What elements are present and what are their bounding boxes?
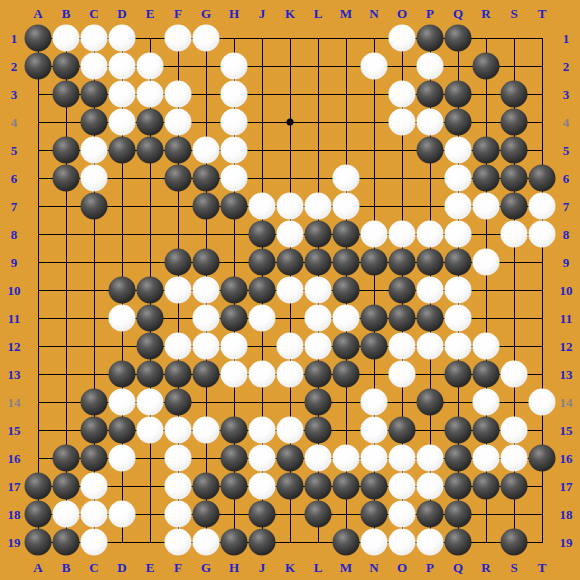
stone-white-M11[interactable] xyxy=(333,305,360,332)
stone-black-S3[interactable] xyxy=(501,81,528,108)
stone-black-P3[interactable] xyxy=(417,81,444,108)
stone-black-M8[interactable] xyxy=(333,221,360,248)
row-label-right-7: 7 xyxy=(563,200,570,213)
stone-black-L18[interactable] xyxy=(305,501,332,528)
col-label-top-S: S xyxy=(510,7,517,20)
col-label-bottom-O: O xyxy=(397,561,407,574)
stone-black-Q1[interactable] xyxy=(445,25,472,52)
col-label-bottom-F: F xyxy=(174,561,182,574)
stone-white-L12[interactable] xyxy=(305,333,332,360)
col-label-top-K: K xyxy=(285,7,295,20)
row-label-left-1: 1 xyxy=(11,32,18,45)
col-label-bottom-D: D xyxy=(117,561,126,574)
stone-black-N9[interactable] xyxy=(361,249,388,276)
stone-white-N19[interactable] xyxy=(361,529,388,556)
stone-black-L9[interactable] xyxy=(305,249,332,276)
stone-white-D16[interactable] xyxy=(109,445,136,472)
row-label-right-14: 14 xyxy=(560,396,573,409)
stone-black-C15[interactable] xyxy=(81,417,108,444)
stone-white-N16[interactable] xyxy=(361,445,388,472)
stone-white-C1[interactable] xyxy=(81,25,108,52)
stone-black-B3[interactable] xyxy=(53,81,80,108)
col-label-bottom-T: T xyxy=(538,561,547,574)
stone-white-Q7[interactable] xyxy=(445,193,472,220)
row-label-right-13: 13 xyxy=(560,368,573,381)
stone-black-S4[interactable] xyxy=(501,109,528,136)
stone-black-P1[interactable] xyxy=(417,25,444,52)
stone-white-H5[interactable] xyxy=(221,137,248,164)
stone-white-P4[interactable] xyxy=(417,109,444,136)
stone-white-E15[interactable] xyxy=(137,417,164,444)
stone-black-F5[interactable] xyxy=(165,137,192,164)
stone-black-H11[interactable] xyxy=(221,305,248,332)
stone-black-Q15[interactable] xyxy=(445,417,472,444)
stone-black-J10[interactable] xyxy=(249,277,276,304)
row-label-right-19: 19 xyxy=(560,536,573,549)
stone-white-R12[interactable] xyxy=(473,333,500,360)
stone-black-C7[interactable] xyxy=(81,193,108,220)
stone-black-M12[interactable] xyxy=(333,333,360,360)
stone-white-S15[interactable] xyxy=(501,417,528,444)
stone-black-Q4[interactable] xyxy=(445,109,472,136)
stone-black-G17[interactable] xyxy=(193,473,220,500)
stone-white-O18[interactable] xyxy=(389,501,416,528)
stone-black-M13[interactable] xyxy=(333,361,360,388)
stone-white-C2[interactable] xyxy=(81,53,108,80)
goban-board[interactable]: AABBCCDDEEFFGGHHJJKKLLMMNNOOPPQQRRSSTT11… xyxy=(0,0,580,580)
stone-black-H17[interactable] xyxy=(221,473,248,500)
row-label-right-2: 2 xyxy=(563,60,570,73)
stone-white-J13[interactable] xyxy=(249,361,276,388)
stone-white-F19[interactable] xyxy=(165,529,192,556)
stone-white-C5[interactable] xyxy=(81,137,108,164)
stone-white-S13[interactable] xyxy=(501,361,528,388)
col-label-top-E: E xyxy=(146,7,155,20)
row-label-right-17: 17 xyxy=(560,480,573,493)
stone-black-H10[interactable] xyxy=(221,277,248,304)
stone-black-D10[interactable] xyxy=(109,277,136,304)
stone-white-G10[interactable] xyxy=(193,277,220,304)
stone-white-D3[interactable] xyxy=(109,81,136,108)
stone-white-L10[interactable] xyxy=(305,277,332,304)
stone-black-O9[interactable] xyxy=(389,249,416,276)
stone-black-E11[interactable] xyxy=(137,305,164,332)
stone-black-O11[interactable] xyxy=(389,305,416,332)
stone-white-F1[interactable] xyxy=(165,25,192,52)
col-label-top-R: R xyxy=(481,7,490,20)
stone-white-O13[interactable] xyxy=(389,361,416,388)
col-label-top-L: L xyxy=(314,7,323,20)
stone-black-R17[interactable] xyxy=(473,473,500,500)
stone-white-D11[interactable] xyxy=(109,305,136,332)
row-label-left-19: 19 xyxy=(8,536,21,549)
col-label-bottom-R: R xyxy=(481,561,490,574)
row-label-right-6: 6 xyxy=(563,172,570,185)
stone-white-R9[interactable] xyxy=(473,249,500,276)
stone-black-B5[interactable] xyxy=(53,137,80,164)
stone-black-Q13[interactable] xyxy=(445,361,472,388)
stone-black-F9[interactable] xyxy=(165,249,192,276)
stone-black-A2[interactable] xyxy=(25,53,52,80)
stone-white-E3[interactable] xyxy=(137,81,164,108)
row-label-right-11: 11 xyxy=(560,312,572,325)
stone-white-D2[interactable] xyxy=(109,53,136,80)
row-label-left-5: 5 xyxy=(11,144,18,157)
stone-black-K16[interactable] xyxy=(277,445,304,472)
stone-black-E4[interactable] xyxy=(137,109,164,136)
row-label-left-12: 12 xyxy=(8,340,21,353)
stone-black-H7[interactable] xyxy=(221,193,248,220)
stone-black-S6[interactable] xyxy=(501,165,528,192)
row-label-left-11: 11 xyxy=(8,312,20,325)
stone-black-Q3[interactable] xyxy=(445,81,472,108)
stone-white-F12[interactable] xyxy=(165,333,192,360)
stone-white-F3[interactable] xyxy=(165,81,192,108)
stone-white-F18[interactable] xyxy=(165,501,192,528)
row-label-left-8: 8 xyxy=(11,228,18,241)
stone-white-N15[interactable] xyxy=(361,417,388,444)
stone-white-L11[interactable] xyxy=(305,305,332,332)
stone-black-N17[interactable] xyxy=(361,473,388,500)
stone-black-N12[interactable] xyxy=(361,333,388,360)
row-label-right-1: 1 xyxy=(563,32,570,45)
col-label-bottom-N: N xyxy=(369,561,378,574)
col-label-top-Q: Q xyxy=(453,7,463,20)
stone-black-P5[interactable] xyxy=(417,137,444,164)
stone-white-R14[interactable] xyxy=(473,389,500,416)
stone-white-J17[interactable] xyxy=(249,473,276,500)
stone-white-P12[interactable] xyxy=(417,333,444,360)
stone-white-P10[interactable] xyxy=(417,277,444,304)
stone-black-P18[interactable] xyxy=(417,501,444,528)
col-label-top-D: D xyxy=(117,7,126,20)
stone-black-O10[interactable] xyxy=(389,277,416,304)
stone-black-H19[interactable] xyxy=(221,529,248,556)
col-label-bottom-C: C xyxy=(89,561,98,574)
stone-white-T7[interactable] xyxy=(529,193,556,220)
col-label-bottom-L: L xyxy=(314,561,323,574)
stone-black-K17[interactable] xyxy=(277,473,304,500)
row-label-left-13: 13 xyxy=(8,368,21,381)
stone-white-G5[interactable] xyxy=(193,137,220,164)
stone-white-D14[interactable] xyxy=(109,389,136,416)
stone-black-J8[interactable] xyxy=(249,221,276,248)
row-label-right-10: 10 xyxy=(560,284,573,297)
row-label-right-15: 15 xyxy=(560,424,573,437)
stone-white-T14[interactable] xyxy=(529,389,556,416)
stone-black-T6[interactable] xyxy=(529,165,556,192)
stone-black-B17[interactable] xyxy=(53,473,80,500)
stone-black-N18[interactable] xyxy=(361,501,388,528)
stone-black-F6[interactable] xyxy=(165,165,192,192)
row-label-right-3: 3 xyxy=(563,88,570,101)
stone-white-S16[interactable] xyxy=(501,445,528,472)
stone-black-N11[interactable] xyxy=(361,305,388,332)
stone-black-S7[interactable] xyxy=(501,193,528,220)
stone-black-O15[interactable] xyxy=(389,417,416,444)
stone-white-K8[interactable] xyxy=(277,221,304,248)
stone-white-G12[interactable] xyxy=(193,333,220,360)
stone-white-Q5[interactable] xyxy=(445,137,472,164)
stone-white-C17[interactable] xyxy=(81,473,108,500)
row-label-left-10: 10 xyxy=(8,284,21,297)
stone-white-E14[interactable] xyxy=(137,389,164,416)
stone-black-G7[interactable] xyxy=(193,193,220,220)
stone-black-E10[interactable] xyxy=(137,277,164,304)
stone-white-B1[interactable] xyxy=(53,25,80,52)
col-label-top-G: G xyxy=(201,7,211,20)
stone-black-F14[interactable] xyxy=(165,389,192,416)
stone-white-D4[interactable] xyxy=(109,109,136,136)
star-point-K4 xyxy=(287,119,294,126)
row-label-left-17: 17 xyxy=(8,480,21,493)
stone-white-B18[interactable] xyxy=(53,501,80,528)
stone-white-G15[interactable] xyxy=(193,417,220,444)
stone-white-G11[interactable] xyxy=(193,305,220,332)
stone-black-J19[interactable] xyxy=(249,529,276,556)
row-label-left-16: 16 xyxy=(8,452,21,465)
stone-black-J9[interactable] xyxy=(249,249,276,276)
row-label-left-9: 9 xyxy=(11,256,18,269)
stone-black-R13[interactable] xyxy=(473,361,500,388)
stone-white-C6[interactable] xyxy=(81,165,108,192)
col-label-bottom-H: H xyxy=(229,561,239,574)
row-label-left-6: 6 xyxy=(11,172,18,185)
stone-black-B2[interactable] xyxy=(53,53,80,80)
stone-black-J18[interactable] xyxy=(249,501,276,528)
col-label-bottom-A: A xyxy=(33,561,42,574)
stone-black-T16[interactable] xyxy=(529,445,556,472)
stone-white-L7[interactable] xyxy=(305,193,332,220)
stone-black-C4[interactable] xyxy=(81,109,108,136)
stone-black-R5[interactable] xyxy=(473,137,500,164)
stone-white-R7[interactable] xyxy=(473,193,500,220)
stone-white-Q8[interactable] xyxy=(445,221,472,248)
stone-black-P11[interactable] xyxy=(417,305,444,332)
stone-white-F10[interactable] xyxy=(165,277,192,304)
stone-white-K12[interactable] xyxy=(277,333,304,360)
stone-black-R6[interactable] xyxy=(473,165,500,192)
row-label-right-8: 8 xyxy=(563,228,570,241)
stone-white-D18[interactable] xyxy=(109,501,136,528)
stone-black-H16[interactable] xyxy=(221,445,248,472)
row-label-right-16: 16 xyxy=(560,452,573,465)
stone-white-C19[interactable] xyxy=(81,529,108,556)
col-label-top-A: A xyxy=(33,7,42,20)
stone-white-Q6[interactable] xyxy=(445,165,472,192)
stone-white-O8[interactable] xyxy=(389,221,416,248)
stone-black-D15[interactable] xyxy=(109,417,136,444)
stone-black-Q18[interactable] xyxy=(445,501,472,528)
stone-black-K9[interactable] xyxy=(277,249,304,276)
stone-white-P17[interactable] xyxy=(417,473,444,500)
stone-white-P16[interactable] xyxy=(417,445,444,472)
row-label-right-4: 4 xyxy=(563,116,570,129)
col-label-bottom-S: S xyxy=(510,561,517,574)
stone-white-J16[interactable] xyxy=(249,445,276,472)
stone-white-G1[interactable] xyxy=(193,25,220,52)
stone-black-A17[interactable] xyxy=(25,473,52,500)
stone-white-F4[interactable] xyxy=(165,109,192,136)
stone-white-K13[interactable] xyxy=(277,361,304,388)
col-label-bottom-P: P xyxy=(426,561,434,574)
col-label-bottom-G: G xyxy=(201,561,211,574)
col-label-top-T: T xyxy=(538,7,547,20)
stone-white-O3[interactable] xyxy=(389,81,416,108)
stone-white-M16[interactable] xyxy=(333,445,360,472)
stone-white-J7[interactable] xyxy=(249,193,276,220)
col-label-top-F: F xyxy=(174,7,182,20)
stone-black-P9[interactable] xyxy=(417,249,444,276)
row-label-left-3: 3 xyxy=(11,88,18,101)
row-label-right-9: 9 xyxy=(563,256,570,269)
stone-black-C14[interactable] xyxy=(81,389,108,416)
row-label-left-2: 2 xyxy=(11,60,18,73)
stone-black-D13[interactable] xyxy=(109,361,136,388)
stone-white-K10[interactable] xyxy=(277,277,304,304)
col-label-bottom-Q: Q xyxy=(453,561,463,574)
stone-white-Q11[interactable] xyxy=(445,305,472,332)
stone-black-G9[interactable] xyxy=(193,249,220,276)
stone-black-S17[interactable] xyxy=(501,473,528,500)
stone-black-L15[interactable] xyxy=(305,417,332,444)
stone-black-M9[interactable] xyxy=(333,249,360,276)
stone-black-M10[interactable] xyxy=(333,277,360,304)
stone-black-R15[interactable] xyxy=(473,417,500,444)
stone-black-A1[interactable] xyxy=(25,25,52,52)
stone-black-S5[interactable] xyxy=(501,137,528,164)
stone-black-P14[interactable] xyxy=(417,389,444,416)
stone-white-F16[interactable] xyxy=(165,445,192,472)
stone-black-L8[interactable] xyxy=(305,221,332,248)
stone-white-N2[interactable] xyxy=(361,53,388,80)
col-label-top-H: H xyxy=(229,7,239,20)
stone-black-A18[interactable] xyxy=(25,501,52,528)
stone-white-L16[interactable] xyxy=(305,445,332,472)
stone-white-F17[interactable] xyxy=(165,473,192,500)
stone-white-K7[interactable] xyxy=(277,193,304,220)
col-label-bottom-K: K xyxy=(285,561,295,574)
col-label-bottom-E: E xyxy=(146,561,155,574)
col-label-top-O: O xyxy=(397,7,407,20)
stone-black-G18[interactable] xyxy=(193,501,220,528)
stone-white-O17[interactable] xyxy=(389,473,416,500)
stone-black-E12[interactable] xyxy=(137,333,164,360)
stone-black-M19[interactable] xyxy=(333,529,360,556)
stone-white-M7[interactable] xyxy=(333,193,360,220)
stone-black-R2[interactable] xyxy=(473,53,500,80)
stone-white-P2[interactable] xyxy=(417,53,444,80)
stone-black-L17[interactable] xyxy=(305,473,332,500)
col-label-bottom-J: J xyxy=(259,561,266,574)
stone-white-H4[interactable] xyxy=(221,109,248,136)
col-label-top-M: M xyxy=(340,7,352,20)
row-label-left-15: 15 xyxy=(8,424,21,437)
stone-black-B6[interactable] xyxy=(53,165,80,192)
stone-white-K15[interactable] xyxy=(277,417,304,444)
stone-black-H15[interactable] xyxy=(221,417,248,444)
row-label-right-12: 12 xyxy=(560,340,573,353)
stone-white-M6[interactable] xyxy=(333,165,360,192)
stone-black-G13[interactable] xyxy=(193,361,220,388)
stone-white-H12[interactable] xyxy=(221,333,248,360)
stone-black-Q9[interactable] xyxy=(445,249,472,276)
stone-black-S19[interactable] xyxy=(501,529,528,556)
row-label-right-18: 18 xyxy=(560,508,573,521)
col-label-top-C: C xyxy=(89,7,98,20)
col-label-top-J: J xyxy=(259,7,266,20)
stone-white-Q10[interactable] xyxy=(445,277,472,304)
stone-black-L14[interactable] xyxy=(305,389,332,416)
stone-white-G19[interactable] xyxy=(193,529,220,556)
stone-black-C3[interactable] xyxy=(81,81,108,108)
row-label-left-4: 4 xyxy=(11,116,18,129)
stone-black-Q17[interactable] xyxy=(445,473,472,500)
stone-white-E2[interactable] xyxy=(137,53,164,80)
stone-white-J11[interactable] xyxy=(249,305,276,332)
stone-white-F15[interactable] xyxy=(165,417,192,444)
col-label-bottom-M: M xyxy=(340,561,352,574)
row-label-left-7: 7 xyxy=(11,200,18,213)
stone-black-C16[interactable] xyxy=(81,445,108,472)
col-label-top-P: P xyxy=(426,7,434,20)
stone-black-B16[interactable] xyxy=(53,445,80,472)
stone-black-L13[interactable] xyxy=(305,361,332,388)
stone-white-R16[interactable] xyxy=(473,445,500,472)
col-label-top-N: N xyxy=(369,7,378,20)
row-label-right-5: 5 xyxy=(563,144,570,157)
col-label-bottom-B: B xyxy=(62,561,71,574)
stone-black-A19[interactable] xyxy=(25,529,52,556)
stone-white-D1[interactable] xyxy=(109,25,136,52)
stone-black-M17[interactable] xyxy=(333,473,360,500)
stone-white-H2[interactable] xyxy=(221,53,248,80)
stone-black-G6[interactable] xyxy=(193,165,220,192)
stone-white-H6[interactable] xyxy=(221,165,248,192)
stone-white-H3[interactable] xyxy=(221,81,248,108)
stone-white-N14[interactable] xyxy=(361,389,388,416)
stone-black-Q16[interactable] xyxy=(445,445,472,472)
stone-white-O16[interactable] xyxy=(389,445,416,472)
stone-white-S8[interactable] xyxy=(501,221,528,248)
stone-white-O4[interactable] xyxy=(389,109,416,136)
row-label-left-18: 18 xyxy=(8,508,21,521)
stone-white-P19[interactable] xyxy=(417,529,444,556)
stone-black-E5[interactable] xyxy=(137,137,164,164)
stone-white-J15[interactable] xyxy=(249,417,276,444)
stone-black-Q19[interactable] xyxy=(445,529,472,556)
stone-black-B19[interactable] xyxy=(53,529,80,556)
stone-white-O12[interactable] xyxy=(389,333,416,360)
stone-white-O1[interactable] xyxy=(389,25,416,52)
stone-black-F13[interactable] xyxy=(165,361,192,388)
row-label-left-14: 14 xyxy=(8,396,21,409)
stone-white-N8[interactable] xyxy=(361,221,388,248)
stone-black-E13[interactable] xyxy=(137,361,164,388)
col-label-top-B: B xyxy=(62,7,71,20)
stone-white-P8[interactable] xyxy=(417,221,444,248)
stone-white-H13[interactable] xyxy=(221,361,248,388)
stone-white-Q12[interactable] xyxy=(445,333,472,360)
stone-white-O19[interactable] xyxy=(389,529,416,556)
stone-white-T8[interactable] xyxy=(529,221,556,248)
stone-black-D5[interactable] xyxy=(109,137,136,164)
stone-white-C18[interactable] xyxy=(81,501,108,528)
